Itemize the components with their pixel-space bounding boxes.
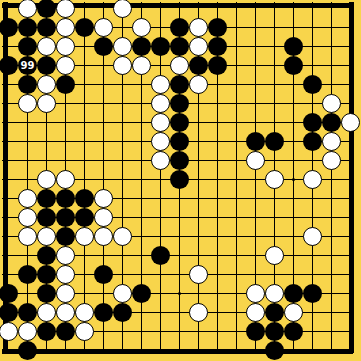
black-stone[interactable]: [208, 18, 227, 37]
white-stone[interactable]: [75, 303, 94, 322]
star-point: [292, 178, 295, 181]
white-stone[interactable]: [18, 189, 37, 208]
black-stone[interactable]: [18, 265, 37, 284]
black-stone[interactable]: [37, 265, 56, 284]
white-stone[interactable]: [37, 303, 56, 322]
white-stone[interactable]: [56, 56, 75, 75]
white-stone[interactable]: [18, 0, 37, 18]
black-stone[interactable]: [170, 132, 189, 151]
white-stone[interactable]: [37, 170, 56, 189]
white-stone[interactable]: [284, 303, 303, 322]
black-stone[interactable]: [18, 75, 37, 94]
white-stone[interactable]: [18, 227, 37, 246]
white-stone[interactable]: [151, 113, 170, 132]
white-stone[interactable]: [94, 18, 113, 37]
black-stone[interactable]: [37, 18, 56, 37]
black-stone[interactable]: [56, 208, 75, 227]
white-stone[interactable]: [341, 113, 360, 132]
grid-line: [331, 2, 332, 353]
black-stone[interactable]: [0, 18, 18, 37]
white-stone[interactable]: [0, 322, 18, 341]
black-stone[interactable]: [170, 113, 189, 132]
white-stone[interactable]: [56, 303, 75, 322]
black-stone[interactable]: [284, 322, 303, 341]
white-stone[interactable]: [189, 37, 208, 56]
white-stone[interactable]: [322, 151, 341, 170]
black-stone[interactable]: [208, 56, 227, 75]
go-board[interactable]: 99: [0, 0, 361, 361]
white-stone[interactable]: [113, 227, 132, 246]
black-stone[interactable]: [284, 284, 303, 303]
white-stone[interactable]: [265, 284, 284, 303]
white-stone[interactable]: [18, 208, 37, 227]
white-stone[interactable]: [75, 227, 94, 246]
white-stone[interactable]: [56, 170, 75, 189]
white-stone[interactable]: [75, 322, 94, 341]
white-stone[interactable]: [322, 94, 341, 113]
white-stone[interactable]: [56, 246, 75, 265]
black-stone[interactable]: 99: [18, 56, 37, 75]
white-stone[interactable]: [151, 75, 170, 94]
black-stone[interactable]: [265, 341, 284, 360]
white-stone[interactable]: [94, 189, 113, 208]
black-stone[interactable]: [113, 303, 132, 322]
black-stone[interactable]: [75, 189, 94, 208]
white-stone[interactable]: [303, 170, 322, 189]
white-stone[interactable]: [113, 37, 132, 56]
white-stone[interactable]: [132, 18, 151, 37]
grid-line: [236, 2, 237, 353]
black-stone[interactable]: [56, 227, 75, 246]
black-stone[interactable]: [303, 113, 322, 132]
white-stone[interactable]: [170, 56, 189, 75]
black-stone[interactable]: [56, 75, 75, 94]
white-stone[interactable]: [189, 75, 208, 94]
grid-line: [349, 2, 354, 353]
grid-line: [2, 349, 353, 354]
black-stone[interactable]: [322, 113, 341, 132]
black-stone[interactable]: [37, 208, 56, 227]
white-stone[interactable]: [265, 170, 284, 189]
white-stone[interactable]: [132, 56, 151, 75]
black-stone[interactable]: [75, 18, 94, 37]
black-stone[interactable]: [18, 18, 37, 37]
black-stone[interactable]: [265, 132, 284, 151]
black-stone[interactable]: [284, 56, 303, 75]
white-stone[interactable]: [56, 0, 75, 18]
black-stone[interactable]: [170, 151, 189, 170]
white-stone[interactable]: [189, 18, 208, 37]
black-stone[interactable]: [170, 37, 189, 56]
black-stone[interactable]: [18, 341, 37, 360]
black-stone[interactable]: [189, 56, 208, 75]
white-stone[interactable]: [56, 18, 75, 37]
black-stone[interactable]: [208, 37, 227, 56]
white-stone[interactable]: [37, 94, 56, 113]
move-number-label: 99: [21, 61, 35, 71]
black-stone[interactable]: [170, 94, 189, 113]
black-stone[interactable]: [18, 303, 37, 322]
black-stone[interactable]: [37, 189, 56, 208]
black-stone[interactable]: [170, 18, 189, 37]
white-stone[interactable]: [246, 284, 265, 303]
black-stone[interactable]: [151, 37, 170, 56]
black-stone[interactable]: [246, 322, 265, 341]
white-stone[interactable]: [151, 151, 170, 170]
white-stone[interactable]: [37, 227, 56, 246]
white-stone[interactable]: [151, 132, 170, 151]
black-stone[interactable]: [37, 0, 56, 18]
white-stone[interactable]: [56, 37, 75, 56]
white-stone[interactable]: [18, 94, 37, 113]
black-stone[interactable]: [56, 189, 75, 208]
grid-line: [84, 2, 85, 353]
white-stone[interactable]: [189, 303, 208, 322]
black-stone[interactable]: [246, 132, 265, 151]
black-stone[interactable]: [94, 37, 113, 56]
black-stone[interactable]: [94, 265, 113, 284]
white-stone[interactable]: [56, 284, 75, 303]
white-stone[interactable]: [322, 132, 341, 151]
black-stone[interactable]: [265, 322, 284, 341]
white-stone[interactable]: [113, 56, 132, 75]
black-stone[interactable]: [303, 75, 322, 94]
white-stone[interactable]: [151, 94, 170, 113]
black-stone[interactable]: [170, 170, 189, 189]
black-stone[interactable]: [0, 56, 18, 75]
black-stone[interactable]: [0, 303, 18, 322]
black-stone[interactable]: [303, 284, 322, 303]
black-stone[interactable]: [37, 246, 56, 265]
white-stone[interactable]: [189, 265, 208, 284]
black-stone[interactable]: [56, 322, 75, 341]
white-stone[interactable]: [246, 151, 265, 170]
white-stone[interactable]: [265, 246, 284, 265]
white-stone[interactable]: [37, 37, 56, 56]
black-stone[interactable]: [170, 75, 189, 94]
white-stone[interactable]: [246, 303, 265, 322]
black-stone[interactable]: [284, 37, 303, 56]
white-stone[interactable]: [94, 208, 113, 227]
black-stone[interactable]: [18, 37, 37, 56]
white-stone[interactable]: [94, 227, 113, 246]
star-point: [178, 292, 181, 295]
white-stone[interactable]: [303, 227, 322, 246]
white-stone[interactable]: [18, 322, 37, 341]
black-stone[interactable]: [37, 284, 56, 303]
black-stone[interactable]: [75, 208, 94, 227]
white-stone[interactable]: [113, 0, 132, 18]
black-stone[interactable]: [37, 56, 56, 75]
black-stone[interactable]: [132, 37, 151, 56]
white-stone[interactable]: [37, 75, 56, 94]
black-stone[interactable]: [94, 303, 113, 322]
white-stone[interactable]: [56, 265, 75, 284]
black-stone[interactable]: [132, 284, 151, 303]
black-stone[interactable]: [151, 246, 170, 265]
white-stone[interactable]: [113, 284, 132, 303]
black-stone[interactable]: [265, 303, 284, 322]
black-stone[interactable]: [0, 284, 18, 303]
black-stone[interactable]: [37, 322, 56, 341]
black-stone[interactable]: [303, 132, 322, 151]
